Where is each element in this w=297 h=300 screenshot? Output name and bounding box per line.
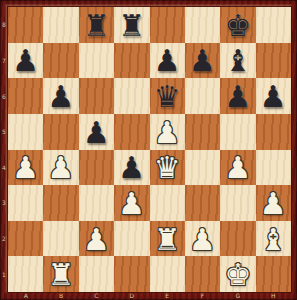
square-f1[interactable] bbox=[185, 256, 220, 292]
black-rook: ♜ bbox=[83, 11, 110, 41]
chess-diagram: 87654321 ♜♜♚♟♟♟♝♟♛♟♟♟♟♟♟♟♛♟♟♟♟♜♟♝♜♚ ABCD… bbox=[0, 0, 297, 300]
square-h3[interactable]: ♟ bbox=[256, 185, 291, 221]
rank-labels: 87654321 bbox=[0, 7, 8, 292]
square-a6[interactable] bbox=[8, 78, 43, 114]
black-pawn: ♟ bbox=[224, 82, 251, 112]
square-a7[interactable]: ♟ bbox=[8, 43, 43, 79]
square-e5[interactable]: ♟ bbox=[150, 114, 185, 150]
square-g5[interactable] bbox=[220, 114, 255, 150]
file-label-c: C bbox=[79, 291, 114, 300]
black-pawn: ♟ bbox=[189, 46, 216, 76]
file-label-g: G bbox=[220, 291, 255, 300]
square-g1[interactable]: ♚ bbox=[220, 256, 255, 292]
black-pawn: ♟ bbox=[154, 46, 181, 76]
rank-label-2: 2 bbox=[0, 221, 8, 257]
square-a4[interactable]: ♟ bbox=[8, 150, 43, 186]
square-e8[interactable] bbox=[150, 7, 185, 43]
square-c6[interactable] bbox=[79, 78, 114, 114]
white-bishop: ♝ bbox=[260, 225, 287, 255]
board: ♜♜♚♟♟♟♝♟♛♟♟♟♟♟♟♟♛♟♟♟♟♜♟♝♜♚ bbox=[8, 7, 291, 292]
square-a5[interactable] bbox=[8, 114, 43, 150]
square-f4[interactable] bbox=[185, 150, 220, 186]
square-d4[interactable]: ♟ bbox=[114, 150, 149, 186]
file-label-f: F bbox=[185, 291, 220, 300]
square-e1[interactable] bbox=[150, 256, 185, 292]
square-h6[interactable]: ♟ bbox=[256, 78, 291, 114]
black-pawn: ♟ bbox=[83, 118, 110, 148]
white-queen: ♛ bbox=[154, 153, 181, 183]
square-g3[interactable] bbox=[220, 185, 255, 221]
square-c1[interactable] bbox=[79, 256, 114, 292]
square-e7[interactable]: ♟ bbox=[150, 43, 185, 79]
white-pawn: ♟ bbox=[83, 225, 110, 255]
square-d2[interactable] bbox=[114, 221, 149, 257]
square-b6[interactable]: ♟ bbox=[43, 78, 78, 114]
square-f6[interactable] bbox=[185, 78, 220, 114]
square-c5[interactable]: ♟ bbox=[79, 114, 114, 150]
square-h5[interactable] bbox=[256, 114, 291, 150]
square-c2[interactable]: ♟ bbox=[79, 221, 114, 257]
white-pawn: ♟ bbox=[48, 153, 75, 183]
square-g6[interactable]: ♟ bbox=[220, 78, 255, 114]
rank-label-5: 5 bbox=[0, 114, 8, 150]
file-label-e: E bbox=[150, 291, 185, 300]
square-f8[interactable] bbox=[185, 7, 220, 43]
square-e6[interactable]: ♛ bbox=[150, 78, 185, 114]
square-c8[interactable]: ♜ bbox=[79, 7, 114, 43]
white-pawn: ♟ bbox=[12, 153, 39, 183]
square-f5[interactable] bbox=[185, 114, 220, 150]
white-pawn: ♟ bbox=[260, 189, 287, 219]
square-b4[interactable]: ♟ bbox=[43, 150, 78, 186]
file-labels: ABCDEFGH bbox=[8, 291, 291, 300]
square-h1[interactable] bbox=[256, 256, 291, 292]
square-b5[interactable] bbox=[43, 114, 78, 150]
square-e2[interactable]: ♜ bbox=[150, 221, 185, 257]
file-label-h: H bbox=[256, 291, 291, 300]
square-f3[interactable] bbox=[185, 185, 220, 221]
square-g7[interactable]: ♝ bbox=[220, 43, 255, 79]
square-b2[interactable] bbox=[43, 221, 78, 257]
black-pawn: ♟ bbox=[48, 82, 75, 112]
rank-label-8: 8 bbox=[0, 7, 8, 43]
rank-label-6: 6 bbox=[0, 78, 8, 114]
square-c4[interactable] bbox=[79, 150, 114, 186]
square-d5[interactable] bbox=[114, 114, 149, 150]
white-king: ♚ bbox=[224, 260, 251, 290]
square-h7[interactable] bbox=[256, 43, 291, 79]
rank-label-7: 7 bbox=[0, 43, 8, 79]
square-d8[interactable]: ♜ bbox=[114, 7, 149, 43]
black-queen: ♛ bbox=[154, 82, 181, 112]
square-c3[interactable] bbox=[79, 185, 114, 221]
white-pawn: ♟ bbox=[189, 225, 216, 255]
rank-label-4: 4 bbox=[0, 150, 8, 186]
square-b3[interactable] bbox=[43, 185, 78, 221]
square-a3[interactable] bbox=[8, 185, 43, 221]
black-king: ♚ bbox=[224, 11, 251, 41]
square-h8[interactable] bbox=[256, 7, 291, 43]
file-label-d: D bbox=[114, 291, 149, 300]
square-f2[interactable]: ♟ bbox=[185, 221, 220, 257]
square-g8[interactable]: ♚ bbox=[220, 7, 255, 43]
square-g4[interactable]: ♟ bbox=[220, 150, 255, 186]
square-d1[interactable] bbox=[114, 256, 149, 292]
file-label-a: A bbox=[8, 291, 43, 300]
square-e4[interactable]: ♛ bbox=[150, 150, 185, 186]
square-d6[interactable] bbox=[114, 78, 149, 114]
white-pawn: ♟ bbox=[154, 118, 181, 148]
square-h4[interactable] bbox=[256, 150, 291, 186]
square-c7[interactable] bbox=[79, 43, 114, 79]
square-b1[interactable]: ♜ bbox=[43, 256, 78, 292]
square-b8[interactable] bbox=[43, 7, 78, 43]
rank-label-3: 3 bbox=[0, 185, 8, 221]
black-bishop: ♝ bbox=[224, 46, 251, 76]
white-rook: ♜ bbox=[48, 260, 75, 290]
square-h2[interactable]: ♝ bbox=[256, 221, 291, 257]
square-a8[interactable] bbox=[8, 7, 43, 43]
rank-label-1: 1 bbox=[0, 256, 8, 292]
square-a2[interactable] bbox=[8, 221, 43, 257]
square-e3[interactable] bbox=[150, 185, 185, 221]
square-d3[interactable]: ♟ bbox=[114, 185, 149, 221]
white-pawn: ♟ bbox=[224, 153, 251, 183]
black-pawn: ♟ bbox=[12, 46, 39, 76]
file-label-b: B bbox=[43, 291, 78, 300]
square-a1[interactable] bbox=[8, 256, 43, 292]
black-pawn: ♟ bbox=[260, 82, 287, 112]
white-rook: ♜ bbox=[154, 225, 181, 255]
square-f7[interactable]: ♟ bbox=[185, 43, 220, 79]
white-pawn: ♟ bbox=[118, 189, 145, 219]
black-rook: ♜ bbox=[118, 11, 145, 41]
square-d7[interactable] bbox=[114, 43, 149, 79]
black-pawn: ♟ bbox=[118, 153, 145, 183]
square-g2[interactable] bbox=[220, 221, 255, 257]
square-b7[interactable] bbox=[43, 43, 78, 79]
